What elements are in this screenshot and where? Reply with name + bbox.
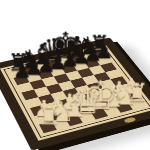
maker-crest-icon bbox=[123, 117, 136, 124]
photo-background: ♜♞♝♛♚♝♞♜♟♟♟♟♟♟♟♟♟♟♟♟♟♟♟♟♜♞♝♛♚♝♞♜ bbox=[0, 0, 150, 150]
board-frame: ♜♞♝♛♚♝♞♜♟♟♟♟♟♟♟♟♟♟♟♟♟♟♟♟♜♞♝♛♚♝♞♜ bbox=[0, 38, 150, 150]
piece-black-king-e8: ♚ bbox=[46, 28, 85, 63]
squares: ♜♞♝♛♚♝♞♜♟♟♟♟♟♟♟♟♟♟♟♟♟♟♟♟♜♞♝♛♚♝♞♜ bbox=[10, 50, 146, 134]
square-b4 bbox=[38, 94, 55, 105]
chess-board: ♜♞♝♛♚♝♞♜♟♟♟♟♟♟♟♟♟♟♟♟♟♟♟♟♜♞♝♛♚♝♞♜ bbox=[0, 38, 150, 150]
square-b6 bbox=[30, 79, 46, 89]
piece-black-rook-h8: ♜ bbox=[80, 33, 118, 55]
scene: ♜♞♝♛♚♝♞♜♟♟♟♟♟♟♟♟♟♟♟♟♟♟♟♟♜♞♝♛♚♝♞♜ bbox=[0, 0, 150, 150]
square-b2: ♟ bbox=[47, 110, 65, 122]
border-inlay-band: ♜♞♝♛♚♝♞♜♟♟♟♟♟♟♟♟♟♟♟♟♟♟♟♟♜♞♝♛♚♝♞♜ bbox=[0, 44, 150, 141]
